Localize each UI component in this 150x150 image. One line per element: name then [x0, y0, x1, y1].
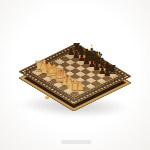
- chess-set-photo[interactable]: ♜♞♝♚♛♝♞♜♟♟♟♟♟♟♟♟♟♟♟♟♟♟♟♟♜♞♝♚♛♝♞♜: [0, 0, 150, 150]
- watermark: [61, 140, 91, 144]
- clasp-icon: [45, 96, 49, 100]
